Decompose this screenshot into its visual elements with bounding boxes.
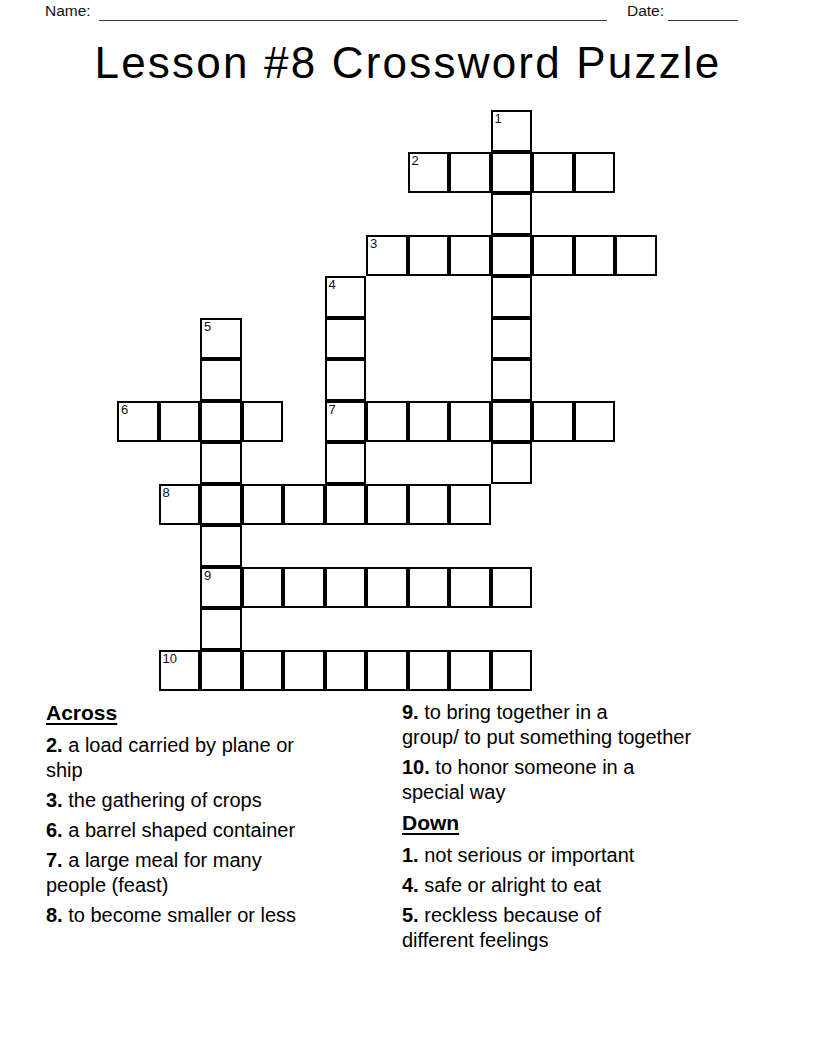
date-label: Date:	[627, 2, 664, 20]
clue-number: 6.	[46, 819, 63, 841]
grid-cell[interactable]: 4	[325, 276, 367, 318]
grid-cell[interactable]	[574, 152, 616, 194]
clues-column-right: 9. to bring together in a group/ to put …	[402, 700, 776, 958]
clue-number: 9.	[402, 701, 419, 723]
clue-text: safe or alright to eat	[419, 874, 601, 896]
clue: 9. to bring together in a group/ to put …	[402, 700, 776, 749]
grid-cell[interactable]	[574, 401, 616, 443]
clue-text: a load carried by plane or ship	[46, 734, 294, 781]
page-title: Lesson #8 Crossword Puzzle	[0, 37, 816, 89]
clue-number: 7.	[46, 849, 63, 871]
grid-cell[interactable]	[242, 650, 284, 692]
clue: 4. safe or alright to eat	[402, 873, 776, 898]
clue-number: 2.	[46, 734, 63, 756]
clue: 8. to become smaller or less	[46, 903, 378, 928]
grid-cell[interactable]	[408, 401, 450, 443]
grid-cell[interactable]	[408, 650, 450, 692]
clue-text: to become smaller or less	[63, 904, 296, 926]
clue-text: to honor someone in a special way	[402, 756, 634, 803]
clue: 3. the gathering of crops	[46, 788, 378, 813]
grid-cell[interactable]	[532, 152, 574, 194]
cell-number: 2	[412, 154, 419, 168]
grid-cell[interactable]	[200, 650, 242, 692]
clue-text: reckless because of different feelings	[402, 904, 601, 951]
name-label: Name:	[45, 2, 91, 20]
grid-cell[interactable]	[449, 235, 491, 277]
grid-cell[interactable]	[200, 359, 242, 401]
grid-cell[interactable]: 6	[117, 401, 159, 443]
crossword-grid: 12345678910	[117, 110, 657, 691]
clue-number: 5.	[402, 904, 419, 926]
grid-cell[interactable]: 1	[491, 110, 533, 152]
clue-number: 8.	[46, 904, 63, 926]
name-input-line[interactable]	[99, 20, 607, 21]
grid-cell[interactable]	[283, 484, 325, 526]
clue-number: 1.	[402, 844, 419, 866]
grid-cell[interactable]	[491, 359, 533, 401]
grid-cell[interactable]	[491, 235, 533, 277]
grid-cell[interactable]	[325, 359, 367, 401]
cell-number: 4	[329, 278, 336, 292]
grid-cell[interactable]	[491, 567, 533, 609]
grid-cell[interactable]	[408, 235, 450, 277]
grid-cell[interactable]	[325, 318, 367, 360]
grid-cell[interactable]: 7	[325, 401, 367, 443]
grid-cell[interactable]	[242, 484, 284, 526]
grid-cell[interactable]: 5	[200, 318, 242, 360]
grid-cell[interactable]	[325, 650, 367, 692]
cell-number: 8	[163, 486, 170, 500]
grid-cell[interactable]: 9	[200, 567, 242, 609]
clue-text: the gathering of crops	[63, 789, 262, 811]
grid-cell[interactable]	[366, 401, 408, 443]
clue-number: 3.	[46, 789, 63, 811]
grid-cell[interactable]	[200, 608, 242, 650]
date-input-line[interactable]	[668, 20, 738, 21]
grid-cell[interactable]	[200, 484, 242, 526]
grid-cell[interactable]	[200, 401, 242, 443]
grid-cell[interactable]	[491, 401, 533, 443]
grid-cell[interactable]	[283, 567, 325, 609]
grid-cell[interactable]	[200, 525, 242, 567]
grid-cell[interactable]: 8	[159, 484, 201, 526]
grid-cell[interactable]	[408, 484, 450, 526]
cell-number: 5	[204, 320, 211, 334]
grid-cell[interactable]: 10	[159, 650, 201, 692]
grid-cell[interactable]	[491, 193, 533, 235]
grid-cell[interactable]	[325, 442, 367, 484]
grid-cell[interactable]	[159, 401, 201, 443]
grid-cell[interactable]	[491, 276, 533, 318]
clue-number: 4.	[402, 874, 419, 896]
clues-column-left: Across2. a load carried by plane or ship…	[46, 700, 378, 933]
clue: 10. to honor someone in a special way	[402, 755, 776, 804]
grid-cell[interactable]	[449, 567, 491, 609]
clue: 1. not serious or important	[402, 843, 776, 868]
grid-cell[interactable]	[242, 567, 284, 609]
cell-number: 3	[370, 237, 377, 251]
cell-number: 10	[163, 652, 177, 666]
grid-cell[interactable]	[325, 567, 367, 609]
clue-text: a large meal for many people (feast)	[46, 849, 262, 896]
grid-cell[interactable]	[366, 650, 408, 692]
cell-number: 9	[204, 569, 211, 583]
clue-number: 10.	[402, 756, 430, 778]
grid-cell[interactable]	[491, 152, 533, 194]
clue-text: not serious or important	[419, 844, 635, 866]
grid-cell[interactable]	[491, 650, 533, 692]
grid-cell[interactable]	[366, 567, 408, 609]
clue-text: a barrel shaped container	[63, 819, 295, 841]
grid-cell[interactable]	[200, 442, 242, 484]
grid-cell[interactable]	[449, 484, 491, 526]
grid-cell[interactable]	[325, 484, 367, 526]
grid-cell[interactable]	[532, 401, 574, 443]
cell-number: 7	[329, 403, 336, 417]
grid-cell[interactable]	[449, 650, 491, 692]
grid-cell[interactable]	[366, 484, 408, 526]
grid-cell[interactable]	[615, 235, 657, 277]
grid-cell[interactable]: 2	[408, 152, 450, 194]
grid-cell[interactable]	[449, 152, 491, 194]
clues-section-heading: Across	[46, 700, 378, 726]
clue: 6. a barrel shaped container	[46, 818, 378, 843]
grid-cell[interactable]	[283, 650, 325, 692]
clue: 7. a large meal for many people (feast)	[46, 848, 378, 897]
grid-cell[interactable]	[449, 401, 491, 443]
grid-cell[interactable]	[408, 567, 450, 609]
grid-cell[interactable]	[574, 235, 616, 277]
cell-number: 6	[121, 403, 128, 417]
grid-cell[interactable]: 3	[366, 235, 408, 277]
clues-section-heading: Down	[402, 810, 776, 836]
grid-cell[interactable]	[491, 318, 533, 360]
clue: 5. reckless because of different feeling…	[402, 903, 776, 952]
clue: 2. a load carried by plane or ship	[46, 733, 378, 782]
grid-cell[interactable]	[242, 401, 284, 443]
grid-cell[interactable]	[532, 235, 574, 277]
clue-text: to bring together in a group/ to put som…	[402, 701, 691, 748]
cell-number: 1	[495, 112, 502, 126]
grid-cell[interactable]	[491, 442, 533, 484]
